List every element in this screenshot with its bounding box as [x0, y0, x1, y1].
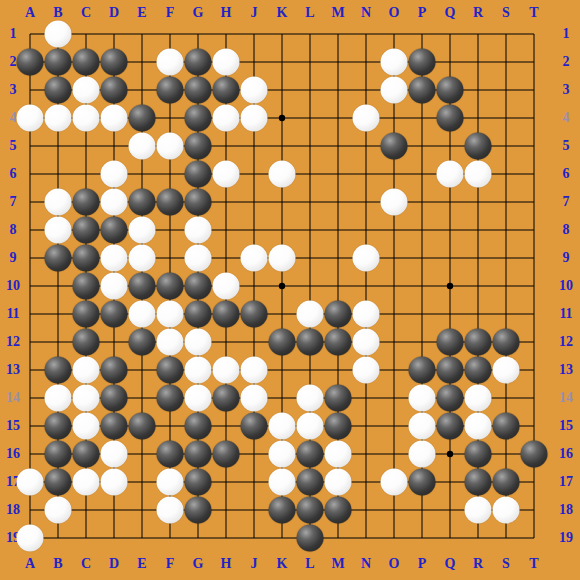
stone-white-P14 [409, 385, 436, 412]
stone-black-R5 [465, 133, 492, 160]
stone-black-Q3 [437, 77, 464, 104]
stone-black-Q12 [437, 329, 464, 356]
coord-top-Q: Q [445, 6, 456, 20]
coord-top-D: D [109, 6, 119, 20]
coord-right-18: 18 [559, 503, 573, 517]
coord-top-J: J [251, 6, 258, 20]
stone-black-H11 [213, 301, 240, 328]
coord-bottom-H: H [221, 557, 232, 571]
star-point-K4 [279, 115, 285, 121]
stone-black-G6 [185, 161, 212, 188]
coord-top-N: N [361, 6, 371, 20]
stone-black-P17 [409, 469, 436, 496]
coord-right-2: 2 [563, 55, 570, 69]
stone-white-G8 [185, 217, 212, 244]
coord-top-K: K [277, 6, 288, 20]
stone-black-D8 [101, 217, 128, 244]
stone-black-M15 [325, 413, 352, 440]
stone-black-B9 [45, 245, 72, 272]
coord-right-8: 8 [563, 223, 570, 237]
coord-bottom-C: C [81, 557, 91, 571]
stone-white-G13 [185, 357, 212, 384]
stone-black-Q13 [437, 357, 464, 384]
coord-top-E: E [137, 6, 146, 20]
stone-white-J13 [241, 357, 268, 384]
coord-bottom-B: B [53, 557, 62, 571]
coord-right-7: 7 [563, 195, 570, 209]
stone-white-C4 [73, 105, 100, 132]
stone-black-D11 [101, 301, 128, 328]
coord-top-L: L [305, 6, 314, 20]
stone-white-S18 [493, 497, 520, 524]
stone-white-H13 [213, 357, 240, 384]
stone-black-G2 [185, 49, 212, 76]
coord-right-5: 5 [563, 139, 570, 153]
coord-bottom-R: R [473, 557, 483, 571]
coord-top-O: O [389, 6, 400, 20]
stone-white-E5 [129, 133, 156, 160]
stone-black-P2 [409, 49, 436, 76]
coord-bottom-K: K [277, 557, 288, 571]
coord-left-10: 10 [6, 279, 20, 293]
stone-black-G5 [185, 133, 212, 160]
stone-black-M14 [325, 385, 352, 412]
coord-left-3: 3 [10, 83, 17, 97]
stone-black-H14 [213, 385, 240, 412]
stone-black-Q4 [437, 105, 464, 132]
stone-black-L19 [297, 525, 324, 552]
stone-white-L15 [297, 413, 324, 440]
stone-white-J9 [241, 245, 268, 272]
stone-white-F2 [157, 49, 184, 76]
stone-white-D10 [101, 273, 128, 300]
stone-black-G16 [185, 441, 212, 468]
stone-black-E12 [129, 329, 156, 356]
stone-black-D14 [101, 385, 128, 412]
stone-white-C13 [73, 357, 100, 384]
coord-left-9: 9 [10, 251, 17, 265]
stone-black-S17 [493, 469, 520, 496]
stone-white-P15 [409, 413, 436, 440]
coord-right-19: 19 [559, 531, 573, 545]
stone-black-S12 [493, 329, 520, 356]
stone-white-C14 [73, 385, 100, 412]
stone-black-D3 [101, 77, 128, 104]
stone-black-F14 [157, 385, 184, 412]
coord-bottom-M: M [331, 557, 344, 571]
stone-white-F12 [157, 329, 184, 356]
stone-white-D7 [101, 189, 128, 216]
stone-black-G18 [185, 497, 212, 524]
coord-bottom-Q: Q [445, 557, 456, 571]
stone-white-B7 [45, 189, 72, 216]
coord-top-R: R [473, 6, 483, 20]
coord-left-2: 2 [10, 55, 17, 69]
stone-black-C12 [73, 329, 100, 356]
coord-top-B: B [53, 6, 62, 20]
stone-black-G10 [185, 273, 212, 300]
stone-black-R13 [465, 357, 492, 384]
stone-black-B17 [45, 469, 72, 496]
coord-bottom-J: J [251, 557, 258, 571]
coord-top-T: T [529, 6, 538, 20]
stone-white-O17 [381, 469, 408, 496]
stone-black-L12 [297, 329, 324, 356]
coord-bottom-D: D [109, 557, 119, 571]
coord-left-7: 7 [10, 195, 17, 209]
coord-right-10: 10 [559, 279, 573, 293]
stone-black-E10 [129, 273, 156, 300]
stone-white-H10 [213, 273, 240, 300]
stone-black-D13 [101, 357, 128, 384]
stone-black-B13 [45, 357, 72, 384]
coord-right-15: 15 [559, 419, 573, 433]
stone-white-G12 [185, 329, 212, 356]
coord-right-9: 9 [563, 251, 570, 265]
stone-white-K9 [269, 245, 296, 272]
stone-black-L18 [297, 497, 324, 524]
coord-top-A: A [25, 6, 35, 20]
stone-black-F7 [157, 189, 184, 216]
stone-black-C10 [73, 273, 100, 300]
stone-white-C3 [73, 77, 100, 104]
coord-left-12: 12 [6, 335, 20, 349]
coord-left-6: 6 [10, 167, 17, 181]
stone-white-J14 [241, 385, 268, 412]
stone-black-B16 [45, 441, 72, 468]
stone-black-C2 [73, 49, 100, 76]
stone-black-O5 [381, 133, 408, 160]
stone-white-N12 [353, 329, 380, 356]
stone-black-R17 [465, 469, 492, 496]
stone-black-F3 [157, 77, 184, 104]
stone-white-M17 [325, 469, 352, 496]
stone-black-C8 [73, 217, 100, 244]
stone-black-M11 [325, 301, 352, 328]
stone-white-O2 [381, 49, 408, 76]
stone-black-C9 [73, 245, 100, 272]
coord-left-4: 4 [10, 111, 17, 125]
coord-right-13: 13 [559, 363, 573, 377]
stone-white-K6 [269, 161, 296, 188]
stone-black-P3 [409, 77, 436, 104]
stone-white-A4 [17, 105, 44, 132]
stone-white-K16 [269, 441, 296, 468]
coord-left-1: 1 [10, 27, 17, 41]
stone-white-R6 [465, 161, 492, 188]
stone-white-F11 [157, 301, 184, 328]
stone-black-Q14 [437, 385, 464, 412]
coord-bottom-S: S [502, 557, 510, 571]
stone-white-N4 [353, 105, 380, 132]
stone-white-Q6 [437, 161, 464, 188]
stone-black-G3 [185, 77, 212, 104]
stone-black-C16 [73, 441, 100, 468]
star-point-Q10 [447, 283, 453, 289]
stone-white-D6 [101, 161, 128, 188]
coord-bottom-O: O [389, 557, 400, 571]
coord-bottom-N: N [361, 557, 371, 571]
coord-right-4: 4 [563, 111, 570, 125]
stone-black-F13 [157, 357, 184, 384]
stone-black-K18 [269, 497, 296, 524]
coord-top-M: M [331, 6, 344, 20]
coord-bottom-G: G [193, 557, 204, 571]
stone-black-D15 [101, 413, 128, 440]
coord-bottom-A: A [25, 557, 35, 571]
stone-white-H4 [213, 105, 240, 132]
stone-white-N9 [353, 245, 380, 272]
stone-black-D2 [101, 49, 128, 76]
stone-white-H6 [213, 161, 240, 188]
stone-white-N13 [353, 357, 380, 384]
stone-black-E7 [129, 189, 156, 216]
stone-black-M12 [325, 329, 352, 356]
stone-white-F17 [157, 469, 184, 496]
stone-white-A19 [17, 525, 44, 552]
stone-black-C7 [73, 189, 100, 216]
stone-black-G17 [185, 469, 212, 496]
stone-black-E15 [129, 413, 156, 440]
stone-white-O3 [381, 77, 408, 104]
stone-black-G15 [185, 413, 212, 440]
coord-right-3: 3 [563, 83, 570, 97]
stone-white-K15 [269, 413, 296, 440]
coord-left-8: 8 [10, 223, 17, 237]
stone-white-B4 [45, 105, 72, 132]
stone-white-C15 [73, 413, 100, 440]
stone-black-S15 [493, 413, 520, 440]
stone-black-R16 [465, 441, 492, 468]
stone-black-G11 [185, 301, 212, 328]
stone-white-R18 [465, 497, 492, 524]
coord-right-14: 14 [559, 391, 573, 405]
stone-black-H3 [213, 77, 240, 104]
stone-white-D4 [101, 105, 128, 132]
stone-white-E8 [129, 217, 156, 244]
stone-black-M18 [325, 497, 352, 524]
stone-white-M16 [325, 441, 352, 468]
stone-white-D17 [101, 469, 128, 496]
stone-white-D9 [101, 245, 128, 272]
stone-black-B15 [45, 413, 72, 440]
stone-white-C17 [73, 469, 100, 496]
stone-white-H2 [213, 49, 240, 76]
coord-top-C: C [81, 6, 91, 20]
coord-left-16: 16 [6, 447, 20, 461]
stone-white-A17 [17, 469, 44, 496]
coord-bottom-E: E [137, 557, 146, 571]
star-point-K10 [279, 283, 285, 289]
stone-black-G4 [185, 105, 212, 132]
stone-white-L14 [297, 385, 324, 412]
stone-black-J11 [241, 301, 268, 328]
stone-white-E11 [129, 301, 156, 328]
coord-left-14: 14 [6, 391, 20, 405]
stone-black-J15 [241, 413, 268, 440]
stone-black-F16 [157, 441, 184, 468]
stone-black-R12 [465, 329, 492, 356]
coord-left-11: 11 [6, 307, 19, 321]
stone-black-P13 [409, 357, 436, 384]
coord-left-15: 15 [6, 419, 20, 433]
stone-white-F18 [157, 497, 184, 524]
stone-black-G7 [185, 189, 212, 216]
coord-bottom-F: F [166, 557, 175, 571]
stone-black-Q15 [437, 413, 464, 440]
stone-black-B2 [45, 49, 72, 76]
coord-right-12: 12 [559, 335, 573, 349]
coord-top-P: P [418, 6, 427, 20]
coord-top-H: H [221, 6, 232, 20]
stone-black-L17 [297, 469, 324, 496]
coord-right-1: 1 [563, 27, 570, 41]
stone-white-B8 [45, 217, 72, 244]
coord-left-5: 5 [10, 139, 17, 153]
coord-top-G: G [193, 6, 204, 20]
coord-right-17: 17 [559, 475, 573, 489]
coord-top-F: F [166, 6, 175, 20]
coord-right-11: 11 [559, 307, 572, 321]
stone-white-L11 [297, 301, 324, 328]
stone-black-L16 [297, 441, 324, 468]
stone-black-K12 [269, 329, 296, 356]
stone-white-D16 [101, 441, 128, 468]
coord-left-13: 13 [6, 363, 20, 377]
stone-white-F5 [157, 133, 184, 160]
stone-white-K17 [269, 469, 296, 496]
stone-white-G9 [185, 245, 212, 272]
stone-black-H16 [213, 441, 240, 468]
go-board[interactable]: AABBCCDDEEFFGGHHJJKKLLMMNNOOPPQQRRSSTT11… [0, 0, 580, 580]
stone-white-S13 [493, 357, 520, 384]
stone-black-C11 [73, 301, 100, 328]
stone-white-N11 [353, 301, 380, 328]
coord-left-18: 18 [6, 503, 20, 517]
stone-white-J3 [241, 77, 268, 104]
stone-black-T16 [521, 441, 548, 468]
stone-white-O7 [381, 189, 408, 216]
coord-top-S: S [502, 6, 510, 20]
stone-black-A2 [17, 49, 44, 76]
stone-white-R15 [465, 413, 492, 440]
coord-right-6: 6 [563, 167, 570, 181]
coord-right-16: 16 [559, 447, 573, 461]
stone-white-J4 [241, 105, 268, 132]
coord-bottom-L: L [305, 557, 314, 571]
star-point-Q16 [447, 451, 453, 457]
coord-bottom-T: T [529, 557, 538, 571]
coord-bottom-P: P [418, 557, 427, 571]
stone-white-G14 [185, 385, 212, 412]
stone-white-R14 [465, 385, 492, 412]
stone-white-B1 [45, 21, 72, 48]
stone-white-E9 [129, 245, 156, 272]
stone-black-F10 [157, 273, 184, 300]
stone-white-B18 [45, 497, 72, 524]
stone-white-P16 [409, 441, 436, 468]
stone-black-E4 [129, 105, 156, 132]
stone-white-B14 [45, 385, 72, 412]
stone-black-B3 [45, 77, 72, 104]
